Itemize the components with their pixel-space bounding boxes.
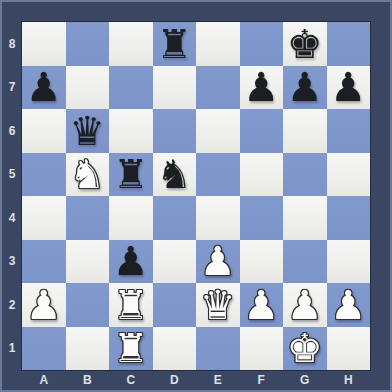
square-b8[interactable] — [66, 22, 110, 66]
square-a7[interactable]: ♟ — [22, 66, 66, 110]
rank-label-8: 8 — [2, 22, 22, 66]
file-labels: ABCDEFGH — [22, 370, 370, 390]
square-e2[interactable]: ♛ — [196, 283, 240, 327]
file-label-e: E — [196, 370, 240, 390]
black-pawn[interactable]: ♟ — [26, 67, 62, 107]
rank-label-6: 6 — [2, 109, 22, 153]
rank-label-4: 4 — [2, 196, 22, 240]
square-g3[interactable] — [283, 240, 327, 284]
square-d2[interactable] — [153, 283, 197, 327]
black-knight[interactable]: ♞ — [156, 154, 192, 194]
square-a3[interactable] — [22, 240, 66, 284]
square-a4[interactable] — [22, 196, 66, 240]
rank-label-5: 5 — [2, 153, 22, 197]
square-e1[interactable] — [196, 327, 240, 371]
square-c3[interactable]: ♟ — [109, 240, 153, 284]
square-h7[interactable]: ♟ — [327, 66, 371, 110]
square-c4[interactable] — [109, 196, 153, 240]
square-g7[interactable]: ♟ — [283, 66, 327, 110]
square-a1[interactable] — [22, 327, 66, 371]
square-f2[interactable]: ♟ — [240, 283, 284, 327]
white-pawn[interactable]: ♟ — [330, 285, 366, 325]
black-king[interactable]: ♚ — [287, 24, 323, 64]
rank-label-1: 1 — [2, 327, 22, 371]
square-h3[interactable] — [327, 240, 371, 284]
square-f3[interactable] — [240, 240, 284, 284]
square-g4[interactable] — [283, 196, 327, 240]
file-label-h: H — [327, 370, 371, 390]
square-f5[interactable] — [240, 153, 284, 197]
square-d3[interactable] — [153, 240, 197, 284]
rank-label-3: 3 — [2, 240, 22, 284]
black-pawn[interactable]: ♟ — [243, 67, 279, 107]
square-f8[interactable] — [240, 22, 284, 66]
square-h4[interactable] — [327, 196, 371, 240]
square-h5[interactable] — [327, 153, 371, 197]
square-d7[interactable] — [153, 66, 197, 110]
black-pawn[interactable]: ♟ — [330, 67, 366, 107]
square-h8[interactable] — [327, 22, 371, 66]
white-pawn[interactable]: ♟ — [200, 241, 236, 281]
square-f6[interactable] — [240, 109, 284, 153]
square-c5[interactable]: ♜ — [109, 153, 153, 197]
black-rook[interactable]: ♜ — [113, 154, 149, 194]
file-label-g: G — [283, 370, 327, 390]
square-a6[interactable] — [22, 109, 66, 153]
white-rook[interactable]: ♜ — [113, 328, 149, 368]
square-g1[interactable]: ♚ — [283, 327, 327, 371]
rank-labels: 87654321 — [2, 22, 22, 370]
square-a2[interactable]: ♟ — [22, 283, 66, 327]
black-pawn[interactable]: ♟ — [113, 241, 149, 281]
square-g5[interactable] — [283, 153, 327, 197]
square-f7[interactable]: ♟ — [240, 66, 284, 110]
square-f1[interactable] — [240, 327, 284, 371]
white-pawn[interactable]: ♟ — [26, 285, 62, 325]
black-queen[interactable]: ♛ — [69, 111, 105, 151]
chess-board-frame: ♜♚♟♟♟♟♛♞♜♞♟♟♟♜♛♟♟♟♜♚ 87654321 ABCDEFGH — [0, 0, 392, 392]
square-b6[interactable]: ♛ — [66, 109, 110, 153]
square-d6[interactable] — [153, 109, 197, 153]
square-h2[interactable]: ♟ — [327, 283, 371, 327]
file-label-c: C — [109, 370, 153, 390]
rank-label-2: 2 — [2, 283, 22, 327]
square-g6[interactable] — [283, 109, 327, 153]
square-e4[interactable] — [196, 196, 240, 240]
white-pawn[interactable]: ♟ — [243, 285, 279, 325]
black-pawn[interactable]: ♟ — [287, 67, 323, 107]
black-rook[interactable]: ♜ — [156, 24, 192, 64]
square-b2[interactable] — [66, 283, 110, 327]
square-f4[interactable] — [240, 196, 284, 240]
white-pawn[interactable]: ♟ — [287, 285, 323, 325]
square-h6[interactable] — [327, 109, 371, 153]
file-label-a: A — [22, 370, 66, 390]
white-king[interactable]: ♚ — [287, 328, 323, 368]
square-d5[interactable]: ♞ — [153, 153, 197, 197]
square-e7[interactable] — [196, 66, 240, 110]
square-h1[interactable] — [327, 327, 371, 371]
square-b1[interactable] — [66, 327, 110, 371]
square-e6[interactable] — [196, 109, 240, 153]
square-c7[interactable] — [109, 66, 153, 110]
square-d8[interactable]: ♜ — [153, 22, 197, 66]
rank-label-7: 7 — [2, 66, 22, 110]
file-label-d: D — [153, 370, 197, 390]
square-b7[interactable] — [66, 66, 110, 110]
square-d4[interactable] — [153, 196, 197, 240]
square-a5[interactable] — [22, 153, 66, 197]
square-c6[interactable] — [109, 109, 153, 153]
white-queen[interactable]: ♛ — [200, 285, 236, 325]
file-label-b: B — [66, 370, 110, 390]
square-e3[interactable]: ♟ — [196, 240, 240, 284]
file-label-f: F — [240, 370, 284, 390]
square-c1[interactable]: ♜ — [109, 327, 153, 371]
square-d1[interactable] — [153, 327, 197, 371]
square-g8[interactable]: ♚ — [283, 22, 327, 66]
white-knight[interactable]: ♞ — [69, 154, 105, 194]
square-g2[interactable]: ♟ — [283, 283, 327, 327]
white-rook[interactable]: ♜ — [113, 285, 149, 325]
square-a8[interactable] — [22, 22, 66, 66]
square-e8[interactable] — [196, 22, 240, 66]
square-b4[interactable] — [66, 196, 110, 240]
chess-board: ♜♚♟♟♟♟♛♞♜♞♟♟♟♜♛♟♟♟♜♚ — [22, 22, 370, 370]
square-e5[interactable] — [196, 153, 240, 197]
square-c2[interactable]: ♜ — [109, 283, 153, 327]
square-c8[interactable] — [109, 22, 153, 66]
square-b5[interactable]: ♞ — [66, 153, 110, 197]
square-b3[interactable] — [66, 240, 110, 284]
